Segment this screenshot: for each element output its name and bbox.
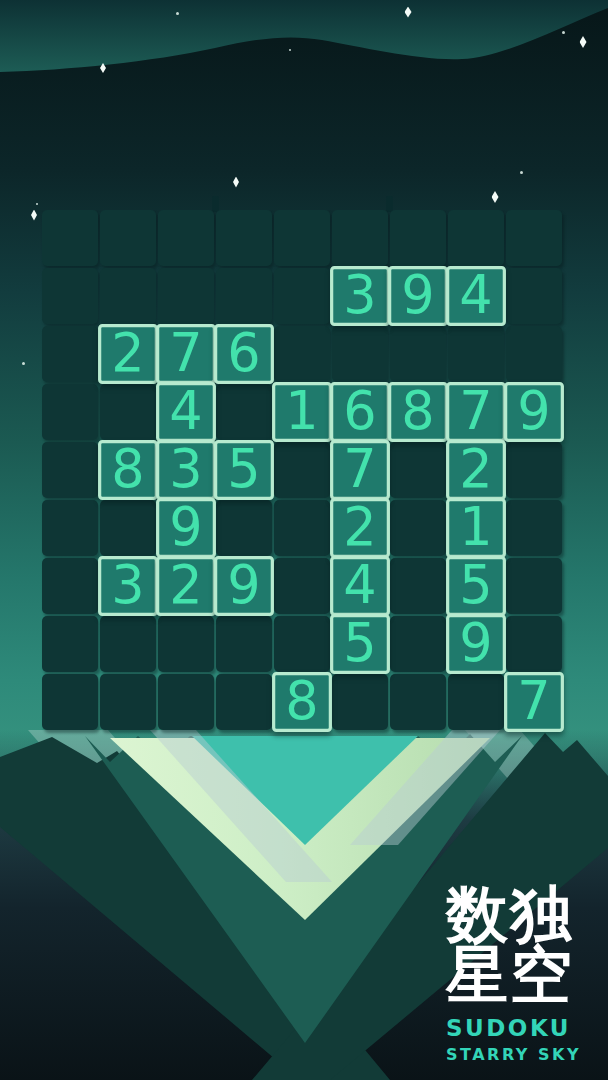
board-cell-r4c5[interactable]: 1: [272, 382, 332, 442]
board-cell-r3c9[interactable]: [506, 326, 562, 382]
board-cell-r2c4[interactable]: [216, 268, 272, 324]
star-icon: [233, 177, 239, 188]
board-cell-r5c7[interactable]: [390, 442, 446, 498]
board-cell-r7c5[interactable]: [274, 558, 330, 614]
board-cell-r3c7[interactable]: [390, 326, 446, 382]
board-cell-r1c4[interactable]: [216, 210, 272, 266]
board-cell-r3c6[interactable]: [332, 326, 388, 382]
board-cell-r9c1[interactable]: [42, 674, 98, 730]
board-cell-r8c3[interactable]: [158, 616, 214, 672]
board-cell-r4c4[interactable]: [216, 384, 272, 440]
board-cell-r3c2[interactable]: 2: [98, 324, 158, 384]
aurora-sky-graphic: [0, 0, 608, 170]
board-cell-r7c4[interactable]: 9: [214, 556, 274, 616]
board-cell-r9c9[interactable]: 7: [504, 672, 564, 732]
board-cell-r2c6[interactable]: 3: [330, 266, 390, 326]
board-cell-r1c8[interactable]: [448, 210, 504, 266]
star-dot-icon: [36, 203, 38, 205]
board-cell-r2c9[interactable]: [506, 268, 562, 324]
sudoku-starry-sky-app: { "game": "sudoku", "app": { "name_en": …: [0, 0, 608, 1080]
board-cell-r6c7[interactable]: [390, 500, 446, 556]
board-cell-r6c4[interactable]: [216, 500, 272, 556]
board-cell-r6c6[interactable]: 2: [330, 498, 390, 558]
board-cell-r2c3[interactable]: [158, 268, 214, 324]
board-cell-r8c1[interactable]: [42, 616, 98, 672]
star-dot-icon: [562, 31, 565, 34]
board-cell-r7c7[interactable]: [390, 558, 446, 614]
board-cell-r3c8[interactable]: [448, 326, 504, 382]
board-cell-r5c2[interactable]: 8: [98, 440, 158, 500]
logo-cjk-line2: 星空: [446, 945, 582, 1006]
board-cell-r2c5[interactable]: [274, 268, 330, 324]
board-cell-r6c2[interactable]: [100, 500, 156, 556]
board-cell-r1c5[interactable]: [274, 210, 330, 266]
board-cell-r3c4[interactable]: 6: [214, 324, 274, 384]
board-cell-r5c3[interactable]: 3: [156, 440, 216, 500]
board-cell-r8c2[interactable]: [100, 616, 156, 672]
star-icon: [31, 210, 37, 221]
board-cell-r7c8[interactable]: 5: [446, 556, 506, 616]
star-dot-icon: [289, 49, 291, 51]
board-cell-r7c2[interactable]: 3: [98, 556, 158, 616]
sudoku-board[interactable]: 39427641687983572921329455987: [42, 210, 562, 730]
board-cell-r5c1[interactable]: [42, 442, 98, 498]
board-cell-r1c6[interactable]: [332, 210, 388, 266]
board-cell-r7c1[interactable]: [42, 558, 98, 614]
board-cell-r5c8[interactable]: 2: [446, 440, 506, 500]
board-cell-r3c5[interactable]: [274, 326, 330, 382]
board-cell-r7c9[interactable]: [506, 558, 562, 614]
board-cell-r9c7[interactable]: [390, 674, 446, 730]
board-cell-r4c8[interactable]: 7: [446, 382, 506, 442]
star-dot-icon: [22, 362, 25, 365]
board-cell-r3c1[interactable]: [42, 326, 98, 382]
board-cell-r6c5[interactable]: [274, 500, 330, 556]
board-cell-r5c6[interactable]: 7: [330, 440, 390, 500]
board-cell-r1c3[interactable]: [158, 210, 214, 266]
board-cell-r1c2[interactable]: [100, 210, 156, 266]
board-cell-r9c5[interactable]: 8: [272, 672, 332, 732]
logo-latin-sudoku: SUDOKU: [446, 1015, 582, 1041]
logo-cjk-line1: 数独: [446, 885, 582, 946]
board-cell-r6c8[interactable]: 1: [446, 498, 506, 558]
board-cell-r4c3[interactable]: 4: [156, 382, 216, 442]
board-cell-r4c1[interactable]: [42, 384, 98, 440]
board-cell-r4c2[interactable]: [100, 384, 156, 440]
board-cell-r1c1[interactable]: [42, 210, 98, 266]
board-cell-r2c2[interactable]: [100, 268, 156, 324]
board-cell-r4c6[interactable]: 6: [330, 382, 390, 442]
board-cell-r8c5[interactable]: [274, 616, 330, 672]
board-cell-r9c8[interactable]: [448, 674, 504, 730]
star-icon: [492, 191, 499, 203]
board-cell-r5c5[interactable]: [274, 442, 330, 498]
star-dot-icon: [176, 12, 179, 15]
board-cell-r6c3[interactable]: 9: [156, 498, 216, 558]
board-cell-r1c7[interactable]: [390, 210, 446, 266]
board-cell-r8c8[interactable]: 9: [446, 614, 506, 674]
board-cell-r2c7[interactable]: 9: [388, 266, 448, 326]
board-cell-r9c4[interactable]: [216, 674, 272, 730]
board-cell-r5c9[interactable]: [506, 442, 562, 498]
board-cell-r6c9[interactable]: [506, 500, 562, 556]
board-cell-r5c4[interactable]: 5: [214, 440, 274, 500]
board-cell-r2c8[interactable]: 4: [446, 266, 506, 326]
logo-latin-starry-sky: STARRY SKY: [446, 1045, 582, 1064]
board-cell-r4c9[interactable]: 9: [504, 382, 564, 442]
board-cell-r1c9[interactable]: [506, 210, 562, 266]
board-cell-r6c1[interactable]: [42, 500, 98, 556]
game-logo: 数独 星空 SUDOKU STARRY SKY: [446, 885, 582, 1065]
board-cell-r9c2[interactable]: [100, 674, 156, 730]
board-cell-r9c6[interactable]: [332, 674, 388, 730]
board-cell-r8c7[interactable]: [390, 616, 446, 672]
board-cell-r2c1[interactable]: [42, 268, 98, 324]
board-cell-r7c6[interactable]: 4: [330, 556, 390, 616]
board-cell-r7c3[interactable]: 2: [156, 556, 216, 616]
board-cell-r8c6[interactable]: 5: [330, 614, 390, 674]
board-cell-r8c9[interactable]: [506, 616, 562, 672]
board-cell-r4c7[interactable]: 8: [388, 382, 448, 442]
board-cell-r8c4[interactable]: [216, 616, 272, 672]
board-cell-r9c3[interactable]: [158, 674, 214, 730]
board-cell-r3c3[interactable]: 7: [156, 324, 216, 384]
star-dot-icon: [520, 171, 523, 174]
